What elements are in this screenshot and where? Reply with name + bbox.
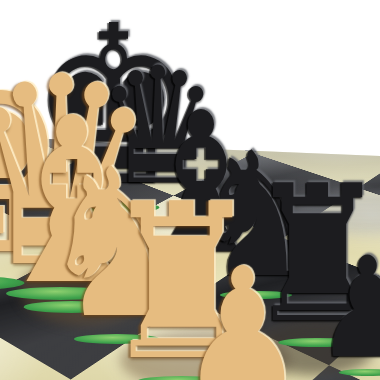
felt-base: [73, 334, 159, 344]
felt-base: [23, 301, 119, 312]
felt-base: [0, 276, 24, 290]
felt-base: [338, 369, 380, 376]
chess-set-photo: ♚♛♚♛♝♝♞♞♜♜♟♟: [0, 0, 380, 380]
black-king: ♚: [22, 0, 206, 216]
white-queen: ♛: [0, 43, 170, 304]
black-knight: ♞: [184, 130, 328, 302]
white-pawn: ♟: [172, 246, 312, 380]
felt-base: [278, 338, 357, 347]
felt-base: [68, 202, 160, 213]
white-knight: ♞: [30, 142, 202, 347]
felt-base: [220, 291, 292, 300]
felt-base: [136, 376, 226, 380]
black-bishop: ♝: [120, 87, 283, 281]
black-pawn: ♟: [309, 239, 380, 378]
black-queen: ♛: [90, 46, 225, 207]
white-bishop: ♝: [0, 87, 168, 316]
black-rook: ♜: [238, 161, 380, 350]
pieces-layer: ♚♛♚♛♝♝♞♞♜♜♟♟: [0, 0, 380, 380]
white-king-cropped: ♚: [0, 16, 83, 294]
felt-base: [6, 287, 116, 300]
white-rook: ♜: [91, 175, 272, 380]
